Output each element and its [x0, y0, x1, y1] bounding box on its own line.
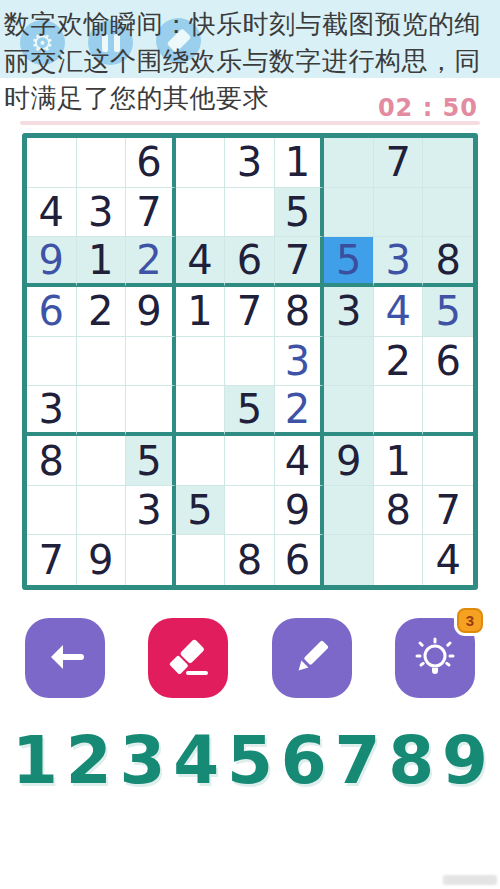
numpad-3[interactable]: 3	[120, 728, 166, 794]
cell-r3c9[interactable]: 8	[423, 237, 473, 287]
cell-r2c2[interactable]: 3	[77, 188, 127, 238]
cell-r4c1[interactable]: 6	[27, 287, 77, 337]
cell-r1c8[interactable]: 7	[374, 138, 424, 188]
cell-r3c4[interactable]: 4	[176, 237, 226, 287]
cell-r8c4[interactable]: 5	[176, 486, 226, 536]
cell-r3c2[interactable]: 1	[77, 237, 127, 287]
cell-r8c2[interactable]	[77, 486, 127, 536]
cell-r6c2[interactable]	[77, 386, 127, 436]
sudoku-board: 6317437591246753862917834532635285491359…	[27, 138, 473, 585]
cell-r8c9[interactable]: 7	[423, 486, 473, 536]
cell-r4c5[interactable]: 7	[225, 287, 275, 337]
cell-r7c1[interactable]: 8	[27, 436, 77, 486]
cell-r6c6[interactable]: 2	[275, 386, 325, 436]
cell-r8c1[interactable]	[27, 486, 77, 536]
cell-r4c6[interactable]: 8	[275, 287, 325, 337]
numpad-9[interactable]: 9	[442, 728, 488, 794]
cell-r3c6[interactable]: 7	[275, 237, 325, 287]
cell-r6c4[interactable]	[176, 386, 226, 436]
cell-r3c5[interactable]: 6	[225, 237, 275, 287]
cell-r2c4[interactable]	[176, 188, 226, 238]
cell-r7c7[interactable]: 9	[324, 436, 374, 486]
cell-r8c7[interactable]	[324, 486, 374, 536]
cell-r7c4[interactable]	[176, 436, 226, 486]
cell-r4c4[interactable]: 1	[176, 287, 226, 337]
pencil-icon	[289, 634, 335, 683]
cell-r5c6[interactable]: 3	[275, 337, 325, 387]
cell-r1c9[interactable]	[423, 138, 473, 188]
cell-r6c1[interactable]: 3	[27, 386, 77, 436]
undo-button[interactable]	[25, 618, 105, 698]
numpad-4[interactable]: 4	[173, 728, 219, 794]
cell-r1c4[interactable]	[176, 138, 226, 188]
cell-r9c5[interactable]: 8	[225, 535, 275, 585]
numpad-5[interactable]: 5	[227, 728, 273, 794]
cell-r1c2[interactable]	[77, 138, 127, 188]
cell-r2c3[interactable]: 7	[126, 188, 176, 238]
cell-r5c8[interactable]: 2	[374, 337, 424, 387]
cell-r8c6[interactable]: 9	[275, 486, 325, 536]
cell-r9c8[interactable]	[374, 535, 424, 585]
cell-r8c3[interactable]: 3	[126, 486, 176, 536]
numpad-2[interactable]: 2	[66, 728, 112, 794]
numpad-6[interactable]: 6	[281, 728, 327, 794]
cell-r2c6[interactable]: 5	[275, 188, 325, 238]
cell-r2c5[interactable]	[225, 188, 275, 238]
cell-r9c3[interactable]	[126, 535, 176, 585]
lightbulb-icon	[410, 632, 460, 685]
cell-r6c9[interactable]	[423, 386, 473, 436]
cell-r9c9[interactable]: 4	[423, 535, 473, 585]
cell-r9c7[interactable]	[324, 535, 374, 585]
cell-r4c9[interactable]: 5	[423, 287, 473, 337]
sudoku-board-frame: 6317437591246753862917834532635285491359…	[22, 133, 478, 590]
cell-r2c8[interactable]	[374, 188, 424, 238]
cell-r3c3[interactable]: 2	[126, 237, 176, 287]
cell-r9c6[interactable]: 6	[275, 535, 325, 585]
notes-button[interactable]	[272, 618, 352, 698]
cell-r3c7[interactable]: 5	[324, 237, 374, 287]
cell-r3c1[interactable]: 9	[27, 237, 77, 287]
cell-r8c8[interactable]: 8	[374, 486, 424, 536]
cell-r9c2[interactable]: 9	[77, 535, 127, 585]
cell-r4c2[interactable]: 2	[77, 287, 127, 337]
cell-r5c1[interactable]	[27, 337, 77, 387]
cell-r5c4[interactable]	[176, 337, 226, 387]
cell-r7c5[interactable]	[225, 436, 275, 486]
arrow-left-icon	[43, 635, 87, 682]
cell-r6c3[interactable]	[126, 386, 176, 436]
cell-r9c4[interactable]	[176, 535, 226, 585]
cell-r1c6[interactable]: 1	[275, 138, 325, 188]
numpad-1[interactable]: 1	[12, 728, 58, 794]
cell-r4c8[interactable]: 4	[374, 287, 424, 337]
cell-r2c9[interactable]	[423, 188, 473, 238]
cell-r7c8[interactable]: 1	[374, 436, 424, 486]
cell-r5c5[interactable]	[225, 337, 275, 387]
cell-r1c7[interactable]	[324, 138, 374, 188]
erase-button[interactable]	[148, 618, 228, 698]
cell-r5c7[interactable]	[324, 337, 374, 387]
cell-r8c5[interactable]	[225, 486, 275, 536]
cell-r3c8[interactable]: 3	[374, 237, 424, 287]
numpad-8[interactable]: 8	[388, 728, 434, 794]
cell-r4c7[interactable]: 3	[324, 287, 374, 337]
cell-r5c2[interactable]	[77, 337, 127, 387]
cell-r7c2[interactable]	[77, 436, 127, 486]
numpad: 1 2 3 4 5 6 7 8 9	[12, 728, 488, 794]
hint-count-badge: 3	[457, 608, 483, 633]
cell-r2c7[interactable]	[324, 188, 374, 238]
cell-r7c6[interactable]: 4	[275, 436, 325, 486]
watermark	[443, 875, 497, 885]
toolbar: 3	[25, 618, 475, 698]
cell-r5c3[interactable]	[126, 337, 176, 387]
hint-button[interactable]: 3	[395, 618, 475, 698]
cell-r6c8[interactable]	[374, 386, 424, 436]
numpad-7[interactable]: 7	[335, 728, 381, 794]
cell-r1c5[interactable]: 3	[225, 138, 275, 188]
cell-r6c5[interactable]: 5	[225, 386, 275, 436]
cell-r2c1[interactable]: 4	[27, 188, 77, 238]
cell-r4c3[interactable]: 9	[126, 287, 176, 337]
cell-r6c7[interactable]	[324, 386, 374, 436]
cell-r5c9[interactable]: 6	[423, 337, 473, 387]
timer: 02 : 50	[378, 94, 478, 122]
cell-r7c3[interactable]: 5	[126, 436, 176, 486]
cell-r1c1[interactable]	[27, 138, 77, 188]
cell-r9c1[interactable]: 7	[27, 535, 77, 585]
eraser-icon	[164, 633, 212, 684]
cell-r7c9[interactable]	[423, 436, 473, 486]
cell-r1c3[interactable]: 6	[126, 138, 176, 188]
